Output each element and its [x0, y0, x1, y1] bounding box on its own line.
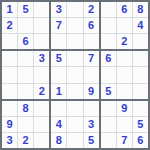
- cell-r9c9[interactable]: 6: [133, 133, 148, 148]
- cell-r2c6[interactable]: 6: [84, 18, 99, 33]
- cell-r3c7[interactable]: [101, 34, 116, 49]
- box-r0c2: 6842: [101, 2, 148, 49]
- cell-r5c1[interactable]: [2, 67, 17, 82]
- cell-r3c8[interactable]: 2: [117, 34, 132, 49]
- cell-r9c2[interactable]: 2: [18, 133, 33, 148]
- cell-r8c3[interactable]: [34, 117, 49, 132]
- cell-r5c3[interactable]: [34, 67, 49, 82]
- cell-r8c5[interactable]: [67, 117, 82, 132]
- cell-r9c5[interactable]: [67, 133, 82, 148]
- cell-r9c3[interactable]: [34, 133, 49, 148]
- cell-r5c8[interactable]: [117, 67, 132, 82]
- cell-r9c6[interactable]: 5: [84, 133, 99, 148]
- cell-r9c7[interactable]: [101, 133, 116, 148]
- cell-r1c3[interactable]: [34, 2, 49, 17]
- cell-r6c5[interactable]: [67, 84, 82, 99]
- cell-r4c9[interactable]: [133, 51, 148, 66]
- cell-r4c8[interactable]: [117, 51, 132, 66]
- cell-r5c6[interactable]: [84, 67, 99, 82]
- cell-r6c1[interactable]: [2, 84, 17, 99]
- cell-r8c9[interactable]: 5: [133, 117, 148, 132]
- cell-r1c8[interactable]: 6: [117, 2, 132, 17]
- cell-r9c1[interactable]: 3: [2, 133, 17, 148]
- cell-r1c7[interactable]: [101, 2, 116, 17]
- cell-r5c4[interactable]: [51, 67, 66, 82]
- cell-r5c2[interactable]: [18, 67, 33, 82]
- cell-r7c5[interactable]: [67, 101, 82, 116]
- cell-r3c3[interactable]: [34, 34, 49, 49]
- cell-r2c1[interactable]: 2: [2, 18, 17, 33]
- cell-r8c4[interactable]: 4: [51, 117, 66, 132]
- cell-r7c6[interactable]: [84, 101, 99, 116]
- cell-r5c9[interactable]: [133, 67, 148, 82]
- cell-r3c1[interactable]: [2, 34, 17, 49]
- box-r1c1: 5719: [51, 51, 98, 98]
- cell-r3c2[interactable]: 6: [18, 34, 33, 49]
- cell-r9c8[interactable]: 7: [117, 133, 132, 148]
- cell-r7c3[interactable]: [34, 101, 49, 116]
- sudoku-board: 15263276684232571965893243859576: [0, 0, 150, 150]
- cell-r8c1[interactable]: 9: [2, 117, 17, 132]
- cell-r3c5[interactable]: [67, 34, 82, 49]
- cell-r1c4[interactable]: 3: [51, 2, 66, 17]
- cell-r8c6[interactable]: 3: [84, 117, 99, 132]
- box-r2c0: 8932: [2, 101, 49, 148]
- cell-r7c2[interactable]: 8: [18, 101, 33, 116]
- cell-r8c7[interactable]: [101, 117, 116, 132]
- cell-r6c3[interactable]: 2: [34, 84, 49, 99]
- cell-r2c5[interactable]: [67, 18, 82, 33]
- cell-r6c6[interactable]: 9: [84, 84, 99, 99]
- cell-r7c4[interactable]: [51, 101, 66, 116]
- cell-r5c5[interactable]: [67, 67, 82, 82]
- cell-r2c3[interactable]: [34, 18, 49, 33]
- box-r1c0: 32: [2, 51, 49, 98]
- cell-r6c9[interactable]: [133, 84, 148, 99]
- cell-r4c1[interactable]: [2, 51, 17, 66]
- box-r2c2: 9576: [101, 101, 148, 148]
- cell-r8c2[interactable]: [18, 117, 33, 132]
- cell-r1c1[interactable]: 1: [2, 2, 17, 17]
- cell-r2c8[interactable]: [117, 18, 132, 33]
- cell-r3c9[interactable]: [133, 34, 148, 49]
- cell-r1c2[interactable]: 5: [18, 2, 33, 17]
- cell-r4c4[interactable]: 5: [51, 51, 66, 66]
- cell-r2c9[interactable]: 4: [133, 18, 148, 33]
- cell-r4c3[interactable]: 3: [34, 51, 49, 66]
- box-r0c1: 3276: [51, 2, 98, 49]
- cell-r6c2[interactable]: [18, 84, 33, 99]
- box-r0c0: 1526: [2, 2, 49, 49]
- cell-r4c5[interactable]: [67, 51, 82, 66]
- cell-r6c7[interactable]: 5: [101, 84, 116, 99]
- cell-r7c1[interactable]: [2, 101, 17, 116]
- cell-r7c9[interactable]: [133, 101, 148, 116]
- cell-r1c6[interactable]: 2: [84, 2, 99, 17]
- cell-r5c7[interactable]: [101, 67, 116, 82]
- cell-r9c4[interactable]: 8: [51, 133, 66, 148]
- cell-r6c4[interactable]: 1: [51, 84, 66, 99]
- cell-r4c2[interactable]: [18, 51, 33, 66]
- box-r1c2: 65: [101, 51, 148, 98]
- cell-r8c8[interactable]: [117, 117, 132, 132]
- box-r2c1: 4385: [51, 101, 98, 148]
- cell-r6c8[interactable]: [117, 84, 132, 99]
- cell-r4c7[interactable]: 6: [101, 51, 116, 66]
- cell-r2c2[interactable]: [18, 18, 33, 33]
- cell-r3c6[interactable]: [84, 34, 99, 49]
- cell-r1c9[interactable]: 8: [133, 2, 148, 17]
- cell-r1c5[interactable]: [67, 2, 82, 17]
- cell-r7c7[interactable]: [101, 101, 116, 116]
- cell-r2c4[interactable]: 7: [51, 18, 66, 33]
- cell-r4c6[interactable]: 7: [84, 51, 99, 66]
- cell-r7c8[interactable]: 9: [117, 101, 132, 116]
- cell-r2c7[interactable]: [101, 18, 116, 33]
- cell-r3c4[interactable]: [51, 34, 66, 49]
